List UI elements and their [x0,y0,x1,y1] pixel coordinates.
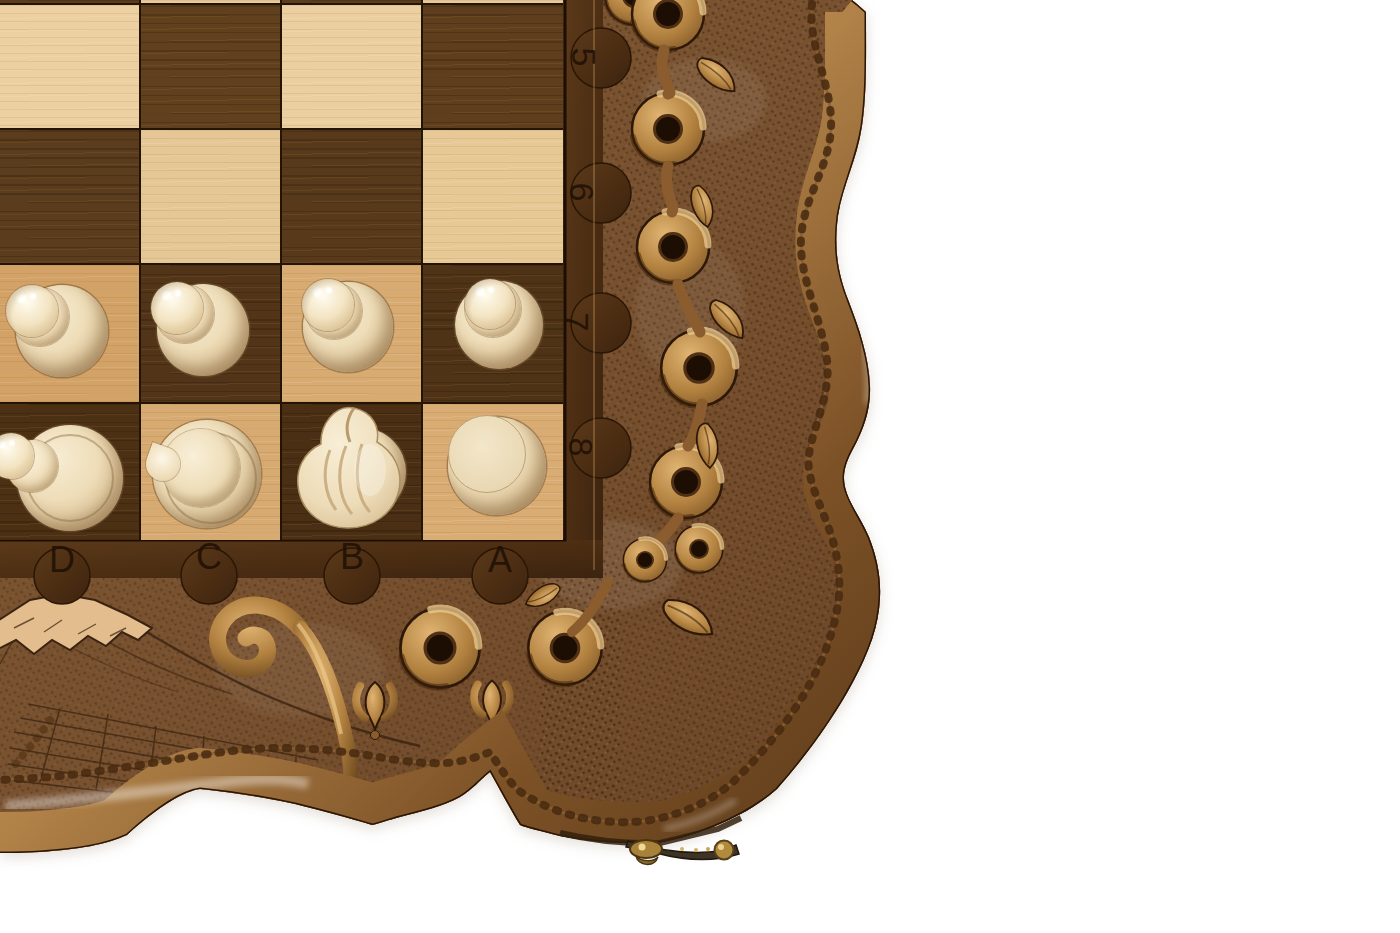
square-d7 [0,265,139,402]
square-c7 [141,265,280,402]
square-b5 [282,5,421,128]
square-d6 [0,130,139,263]
rank-label-6: 6 [565,183,599,202]
square-a4e [423,0,563,3]
square-b7 [282,265,421,402]
file-label-a: A [488,542,512,578]
square-c8 [141,404,280,540]
latch-knob [630,840,662,858]
latch-end-cap [715,841,734,860]
rank-label-5: 5 [567,48,601,67]
square-b6 [282,130,421,263]
rank-label-7: 7 [560,313,594,332]
square-d8 [0,404,139,540]
square-b8 [282,404,421,540]
square-d5 [0,5,139,128]
file-label-d: D [49,542,75,578]
square-c4e [141,0,280,3]
square-c6 [141,130,280,263]
file-label-c: C [196,539,222,575]
square-c5 [141,5,280,128]
file-label-b: B [340,539,364,575]
square-b4e [282,0,421,3]
rank-label-8: 8 [564,438,598,457]
square-a7 [423,265,563,402]
square-a8 [423,404,563,540]
product-photo-stage: { "game": "chess", "scene": { "descripti… [0,0,1400,933]
chess-board [0,0,563,540]
square-d4e [0,0,139,3]
square-a6 [423,130,563,263]
square-a5 [423,5,563,128]
